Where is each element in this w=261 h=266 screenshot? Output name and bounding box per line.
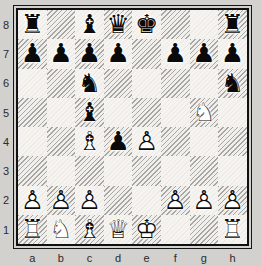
square-f8[interactable] <box>161 10 190 39</box>
file-label-e: e <box>132 251 161 265</box>
piece-white-bishop-c4[interactable]: ♝♗ <box>75 127 104 156</box>
file-label-b: b <box>47 251 76 265</box>
piece-black-pawn-d7[interactable]: ♟ <box>104 39 133 68</box>
piece-black-pawn-d4[interactable]: ♟ <box>104 127 133 156</box>
piece-black-pawn-h7[interactable]: ♟ <box>218 39 247 68</box>
square-e8[interactable]: ♚ <box>132 10 161 39</box>
square-f4[interactable] <box>161 127 190 156</box>
piece-white-pawn-c2[interactable]: ♟♙ <box>75 186 104 215</box>
square-h7[interactable]: ♟ <box>218 39 247 68</box>
square-e7[interactable] <box>132 39 161 68</box>
piece-white-pawn-a2[interactable]: ♟♙ <box>18 186 47 215</box>
chess-diagram: 87654321 ♜♝♛♚♜♟♟♟♟♟♟♟♞♞♝♞♘♝♗♟♟♙♟♙♟♙♟♙♟♙♟… <box>0 0 261 266</box>
square-g7[interactable]: ♟ <box>190 39 219 68</box>
square-d6[interactable] <box>104 69 133 98</box>
board-grid: ♜♝♛♚♜♟♟♟♟♟♟♟♞♞♝♞♘♝♗♟♟♙♟♙♟♙♟♙♟♙♟♙♟♙♜♖♞♘♝♗… <box>18 10 247 244</box>
square-d5[interactable] <box>104 98 133 127</box>
square-a4[interactable] <box>18 127 47 156</box>
file-label-g: g <box>190 251 219 265</box>
piece-white-bishop-c1[interactable]: ♝♗ <box>75 215 104 244</box>
square-d7[interactable]: ♟ <box>104 39 133 68</box>
square-g8[interactable] <box>190 10 219 39</box>
square-d4[interactable]: ♟ <box>104 127 133 156</box>
square-h3[interactable] <box>218 156 247 185</box>
square-b5[interactable] <box>47 98 76 127</box>
square-e1[interactable]: ♚♔ <box>132 215 161 244</box>
square-c2[interactable]: ♟♙ <box>75 186 104 215</box>
square-f7[interactable]: ♟ <box>161 39 190 68</box>
file-label-f: f <box>161 251 190 265</box>
square-f5[interactable] <box>161 98 190 127</box>
square-d1[interactable]: ♛♕ <box>104 215 133 244</box>
piece-white-king-e1[interactable]: ♚♔ <box>132 215 161 244</box>
piece-white-pawn-g2[interactable]: ♟♙ <box>190 186 219 215</box>
square-g5[interactable]: ♞♘ <box>190 98 219 127</box>
square-c7[interactable]: ♟ <box>75 39 104 68</box>
piece-white-knight-g5[interactable]: ♞♘ <box>190 98 219 127</box>
square-d8[interactable]: ♛ <box>104 10 133 39</box>
square-e3[interactable] <box>132 156 161 185</box>
square-f6[interactable] <box>161 69 190 98</box>
square-d2[interactable] <box>104 186 133 215</box>
rank-label-4: 4 <box>1 127 12 156</box>
piece-black-bishop-c5[interactable]: ♝ <box>75 98 104 127</box>
square-h4[interactable] <box>218 127 247 156</box>
piece-black-queen-d8[interactable]: ♛ <box>104 10 133 39</box>
square-g1[interactable] <box>190 215 219 244</box>
piece-white-rook-h1[interactable]: ♜♖ <box>218 215 247 244</box>
piece-white-knight-b1[interactable]: ♞♘ <box>47 215 76 244</box>
square-g6[interactable] <box>190 69 219 98</box>
square-h8[interactable]: ♜ <box>218 10 247 39</box>
square-b2[interactable]: ♟♙ <box>47 186 76 215</box>
square-a1[interactable]: ♜♖ <box>18 215 47 244</box>
square-e2[interactable] <box>132 186 161 215</box>
square-c5[interactable]: ♝ <box>75 98 104 127</box>
piece-white-pawn-f2[interactable]: ♟♙ <box>161 186 190 215</box>
rank-label-2: 2 <box>1 186 12 215</box>
piece-black-rook-a8[interactable]: ♜ <box>18 10 47 39</box>
square-b6[interactable] <box>47 69 76 98</box>
file-labels: abcdefgh <box>18 251 247 265</box>
piece-white-pawn-h2[interactable]: ♟♙ <box>218 186 247 215</box>
square-a5[interactable] <box>18 98 47 127</box>
square-c8[interactable]: ♝ <box>75 10 104 39</box>
square-c3[interactable] <box>75 156 104 185</box>
square-b1[interactable]: ♞♘ <box>47 215 76 244</box>
piece-black-knight-c6[interactable]: ♞ <box>75 69 104 98</box>
square-h2[interactable]: ♟♙ <box>218 186 247 215</box>
piece-black-pawn-g7[interactable]: ♟ <box>190 39 219 68</box>
square-a8[interactable]: ♜ <box>18 10 47 39</box>
piece-black-pawn-f7[interactable]: ♟ <box>161 39 190 68</box>
piece-white-pawn-b2[interactable]: ♟♙ <box>47 186 76 215</box>
piece-black-pawn-c7[interactable]: ♟ <box>75 39 104 68</box>
piece-black-king-e8[interactable]: ♚ <box>132 10 161 39</box>
rank-label-3: 3 <box>1 156 12 185</box>
piece-white-pawn-e4[interactable]: ♟♙ <box>132 127 161 156</box>
square-f2[interactable]: ♟♙ <box>161 186 190 215</box>
piece-black-pawn-b7[interactable]: ♟ <box>47 39 76 68</box>
square-e5[interactable] <box>132 98 161 127</box>
square-c6[interactable]: ♞ <box>75 69 104 98</box>
square-g4[interactable] <box>190 127 219 156</box>
piece-white-queen-d1[interactable]: ♛♕ <box>104 215 133 244</box>
square-a7[interactable]: ♟ <box>18 39 47 68</box>
piece-black-pawn-a7[interactable]: ♟ <box>18 39 47 68</box>
board-frame: ♜♝♛♚♜♟♟♟♟♟♟♟♞♞♝♞♘♝♗♟♟♙♟♙♟♙♟♙♟♙♟♙♟♙♜♖♞♘♝♗… <box>13 5 252 249</box>
square-a2[interactable]: ♟♙ <box>18 186 47 215</box>
square-f1[interactable] <box>161 215 190 244</box>
square-a3[interactable] <box>18 156 47 185</box>
square-h5[interactable] <box>218 98 247 127</box>
rank-label-6: 6 <box>1 69 12 98</box>
piece-black-rook-h8[interactable]: ♜ <box>218 10 247 39</box>
square-c1[interactable]: ♝♗ <box>75 215 104 244</box>
piece-white-rook-a1[interactable]: ♜♖ <box>18 215 47 244</box>
square-f3[interactable] <box>161 156 190 185</box>
rank-label-1: 1 <box>1 215 12 244</box>
rank-label-5: 5 <box>1 98 12 127</box>
file-label-c: c <box>75 251 104 265</box>
square-g3[interactable] <box>190 156 219 185</box>
square-c4[interactable]: ♝♗ <box>75 127 104 156</box>
square-b4[interactable] <box>47 127 76 156</box>
square-b3[interactable] <box>47 156 76 185</box>
square-h1[interactable]: ♜♖ <box>218 215 247 244</box>
square-b8[interactable] <box>47 10 76 39</box>
piece-black-bishop-c8[interactable]: ♝ <box>75 10 104 39</box>
square-d3[interactable] <box>104 156 133 185</box>
square-h6[interactable]: ♞ <box>218 69 247 98</box>
rank-labels: 87654321 <box>1 10 12 244</box>
file-label-h: h <box>218 251 247 265</box>
file-label-a: a <box>18 251 47 265</box>
square-a6[interactable] <box>18 69 47 98</box>
square-e4[interactable]: ♟♙ <box>132 127 161 156</box>
rank-label-8: 8 <box>1 10 12 39</box>
square-g2[interactable]: ♟♙ <box>190 186 219 215</box>
square-b7[interactable]: ♟ <box>47 39 76 68</box>
piece-black-knight-h6[interactable]: ♞ <box>218 69 247 98</box>
file-label-d: d <box>104 251 133 265</box>
square-e6[interactable] <box>132 69 161 98</box>
rank-label-7: 7 <box>1 39 12 68</box>
